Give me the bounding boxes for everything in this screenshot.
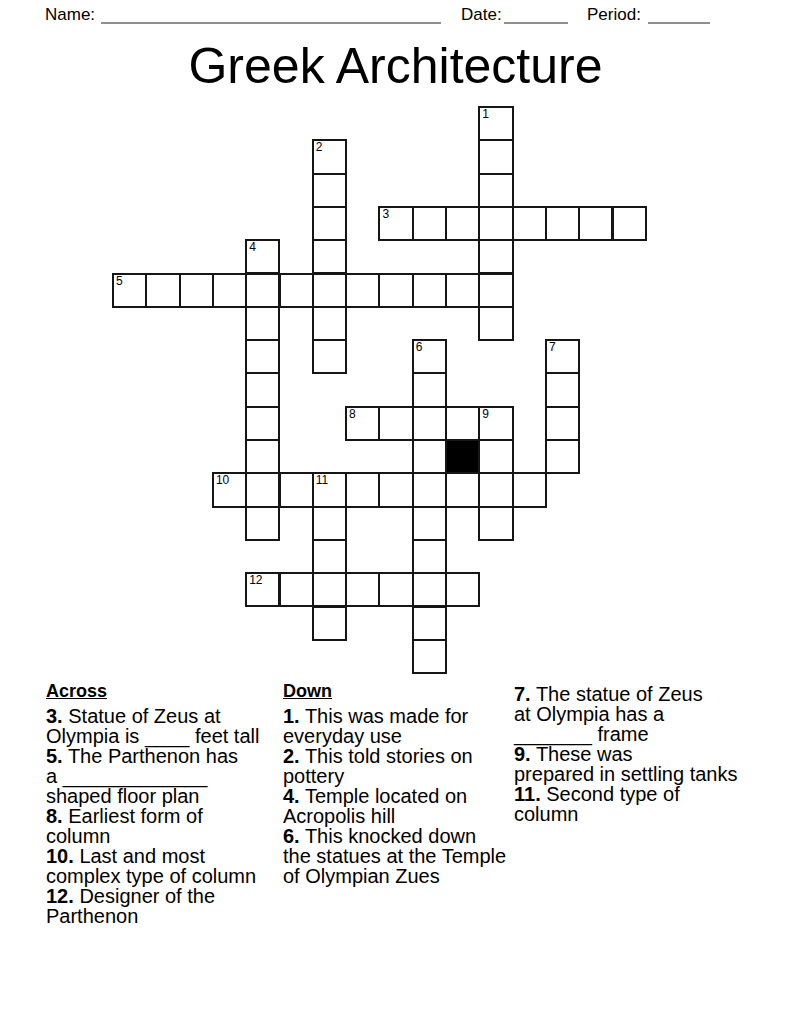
clue-number-7: 7. bbox=[514, 683, 531, 705]
grid-cell-r5-c4[interactable] bbox=[245, 273, 280, 308]
clue-number-2: 2. bbox=[283, 745, 300, 767]
grid-cell-r3-c8[interactable]: 3 bbox=[378, 206, 413, 241]
across-clues-column: Across 3. Statue of Zeus atOlympia is __… bbox=[46, 681, 282, 926]
grid-cell-r5-c10[interactable] bbox=[445, 273, 480, 308]
grid-cell-r14-c8[interactable] bbox=[378, 572, 413, 607]
cell-number-11: 11 bbox=[316, 474, 328, 487]
across-clues-list: 3. Statue of Zeus atOlympia is ____ feet… bbox=[46, 706, 282, 926]
grid-cell-r14-c4[interactable]: 12 bbox=[245, 572, 280, 607]
clue-12: 12. Designer of theParthenon bbox=[46, 886, 282, 926]
grid-cell-r10-c9[interactable] bbox=[412, 439, 447, 474]
clue-text: This was made foreveryday use bbox=[283, 705, 468, 747]
down-heading: Down bbox=[283, 681, 513, 701]
grid-cell-r3-c13[interactable] bbox=[545, 206, 580, 241]
grid-cell-r12-c9[interactable] bbox=[412, 506, 447, 541]
grid-cell-r9-c7[interactable]: 8 bbox=[345, 406, 380, 441]
grid-cell-r12-c6[interactable] bbox=[312, 506, 347, 541]
grid-cell-r3-c14[interactable] bbox=[578, 206, 613, 241]
grid-cell-r5-c6[interactable] bbox=[312, 273, 347, 308]
grid-cell-r4-c4[interactable]: 4 bbox=[245, 239, 280, 274]
black-cell bbox=[445, 439, 480, 474]
clue-text: Statue of Zeus atOlympia is ____ feet ta… bbox=[46, 705, 259, 747]
grid-cell-r7-c6[interactable] bbox=[312, 339, 347, 374]
grid-cell-r5-c5[interactable] bbox=[279, 273, 314, 308]
clue-9: 9. These wasprepared in settling tanks bbox=[514, 744, 746, 784]
clue-11: 11. Second type ofcolumn bbox=[514, 784, 746, 824]
grid-cell-r13-c9[interactable] bbox=[412, 539, 447, 574]
clue-text: This knocked downthe statues at the Temp… bbox=[283, 825, 506, 887]
worksheet-page: Name: Date: Period: Greek Architecture 1… bbox=[0, 0, 791, 1024]
grid-cell-r9-c9[interactable] bbox=[412, 406, 447, 441]
cell-number-7: 7 bbox=[549, 341, 556, 354]
grid-cell-r1-c6[interactable]: 2 bbox=[312, 139, 347, 174]
clue-text: Earliest form ofcolumn bbox=[46, 805, 203, 847]
cell-number-3: 3 bbox=[382, 208, 389, 221]
clue-number-1: 1. bbox=[283, 705, 300, 727]
grid-cell-r6-c6[interactable] bbox=[312, 306, 347, 341]
clue-number-11: 11. bbox=[514, 783, 541, 805]
grid-cell-r10-c13[interactable] bbox=[545, 439, 580, 474]
grid-cell-r8-c13[interactable] bbox=[545, 372, 580, 407]
clue-6: 6. This knocked downthe statues at the T… bbox=[283, 826, 513, 886]
grid-cell-r13-c6[interactable] bbox=[312, 539, 347, 574]
grid-cell-r9-c10[interactable] bbox=[445, 406, 480, 441]
grid-cell-r8-c9[interactable] bbox=[412, 372, 447, 407]
puzzle-title: Greek Architecture bbox=[0, 40, 791, 92]
grid-cell-r9-c11[interactable]: 9 bbox=[478, 406, 513, 441]
grid-cell-r2-c6[interactable] bbox=[312, 173, 347, 208]
down-clues-column-2: 7. The statue of Zeusat Olympia has a___… bbox=[514, 684, 746, 824]
down-clues-list: 1. This was made foreveryday use2. This … bbox=[283, 706, 513, 886]
grid-cell-r14-c7[interactable] bbox=[345, 572, 380, 607]
cell-number-9: 9 bbox=[482, 408, 489, 421]
grid-cell-r11-c8[interactable] bbox=[378, 472, 413, 507]
grid-cell-r16-c9[interactable] bbox=[412, 639, 447, 674]
grid-cell-r6-c11[interactable] bbox=[478, 306, 513, 341]
grid-cell-r12-c4[interactable] bbox=[245, 506, 280, 541]
clue-1: 1. This was made foreveryday use bbox=[283, 706, 513, 746]
clue-number-10: 10. bbox=[46, 845, 74, 867]
grid-cell-r7-c4[interactable] bbox=[245, 339, 280, 374]
down-clues-column: Down 1. This was made foreveryday use2. … bbox=[283, 681, 513, 886]
clue-text: Last and mostcomplex type of column bbox=[46, 845, 256, 887]
grid-cell-r3-c11[interactable] bbox=[478, 206, 513, 241]
across-heading: Across bbox=[46, 681, 282, 701]
clue-text: These wasprepared in settling tanks bbox=[514, 743, 737, 785]
grid-cell-r5-c2[interactable] bbox=[179, 273, 214, 308]
clue-text: Temple located onAcropolis hill bbox=[283, 785, 467, 827]
clue-text: The Parthenon hasa _____________shaped f… bbox=[46, 745, 238, 807]
clue-number-3: 3. bbox=[46, 705, 63, 727]
grid-cell-r7-c9[interactable]: 6 bbox=[412, 339, 447, 374]
grid-cell-r14-c5[interactable] bbox=[279, 572, 314, 607]
period-label: Period: bbox=[587, 6, 641, 24]
clue-4: 4. Temple located onAcropolis hill bbox=[283, 786, 513, 826]
name-label: Name: bbox=[45, 6, 95, 24]
grid-cell-r1-c11[interactable] bbox=[478, 139, 513, 174]
clue-number-12: 12. bbox=[46, 885, 74, 907]
cell-number-1: 1 bbox=[482, 108, 489, 121]
cell-number-6: 6 bbox=[416, 341, 423, 354]
cell-number-8: 8 bbox=[349, 408, 356, 421]
clue-3: 3. Statue of Zeus atOlympia is ____ feet… bbox=[46, 706, 282, 746]
grid-cell-r9-c4[interactable] bbox=[245, 406, 280, 441]
grid-cell-r3-c15[interactable] bbox=[612, 206, 647, 241]
grid-cell-r5-c1[interactable] bbox=[145, 273, 180, 308]
grid-cell-r11-c11[interactable] bbox=[478, 472, 513, 507]
clue-number-8: 8. bbox=[46, 805, 63, 827]
cell-number-10: 10 bbox=[216, 474, 229, 487]
clue-number-9: 9. bbox=[514, 743, 531, 765]
date-label: Date: bbox=[461, 6, 502, 24]
clue-5: 5. The Parthenon hasa _____________shape… bbox=[46, 746, 282, 806]
grid-cell-r3-c12[interactable] bbox=[512, 206, 547, 241]
grid-cell-r11-c10[interactable] bbox=[445, 472, 480, 507]
grid-cell-r3-c6[interactable] bbox=[312, 206, 347, 241]
grid-cell-r5-c0[interactable]: 5 bbox=[112, 273, 147, 308]
grid-cell-r15-c9[interactable] bbox=[412, 606, 447, 641]
grid-cell-r6-c4[interactable] bbox=[245, 306, 280, 341]
grid-cell-r11-c9[interactable] bbox=[412, 472, 447, 507]
period-blank-line bbox=[648, 2, 710, 24]
grid-cell-r9-c13[interactable] bbox=[545, 406, 580, 441]
grid-cell-r5-c7[interactable] bbox=[345, 273, 380, 308]
grid-cell-r11-c5[interactable] bbox=[279, 472, 314, 507]
crossword-grid: 123456789101112 bbox=[112, 106, 648, 676]
cell-number-2: 2 bbox=[316, 141, 323, 154]
clue-7: 7. The statue of Zeusat Olympia has a___… bbox=[514, 684, 746, 744]
grid-cell-r10-c4[interactable] bbox=[245, 439, 280, 474]
name-blank-line bbox=[101, 2, 441, 24]
grid-cell-r15-c6[interactable] bbox=[312, 606, 347, 641]
grid-cell-r14-c6[interactable] bbox=[312, 572, 347, 607]
grid-cell-r11-c4[interactable] bbox=[245, 472, 280, 507]
clue-text: This told stories onpottery bbox=[283, 745, 473, 787]
grid-cell-r5-c8[interactable] bbox=[378, 273, 413, 308]
down-clues-list-2: 7. The statue of Zeusat Olympia has a___… bbox=[514, 684, 746, 824]
grid-cell-r2-c11[interactable] bbox=[478, 173, 513, 208]
grid-cell-r5-c3[interactable] bbox=[212, 273, 247, 308]
grid-cell-r11-c7[interactable] bbox=[345, 472, 380, 507]
cell-number-4: 4 bbox=[249, 241, 256, 254]
grid-cell-r5-c11[interactable] bbox=[478, 273, 513, 308]
cell-number-5: 5 bbox=[116, 275, 123, 288]
grid-cell-r10-c11[interactable] bbox=[478, 439, 513, 474]
grid-cell-r12-c11[interactable] bbox=[478, 506, 513, 541]
date-blank-line bbox=[504, 2, 568, 24]
grid-cell-r4-c6[interactable] bbox=[312, 239, 347, 274]
grid-cell-r14-c9[interactable] bbox=[412, 572, 447, 607]
clue-10: 10. Last and mostcomplex type of column bbox=[46, 846, 282, 886]
grid-cell-r3-c9[interactable] bbox=[412, 206, 447, 241]
clue-text: The statue of Zeusat Olympia has a______… bbox=[514, 683, 703, 745]
clue-number-4: 4. bbox=[283, 785, 300, 807]
grid-cell-r11-c12[interactable] bbox=[512, 472, 547, 507]
cell-number-12: 12 bbox=[249, 574, 262, 587]
grid-cell-r9-c8[interactable] bbox=[378, 406, 413, 441]
grid-cell-r0-c11[interactable]: 1 bbox=[478, 106, 513, 141]
grid-cell-r3-c10[interactable] bbox=[445, 206, 480, 241]
clue-2: 2. This told stories onpottery bbox=[283, 746, 513, 786]
grid-cell-r11-c6[interactable]: 11 bbox=[312, 472, 347, 507]
grid-cell-r5-c9[interactable] bbox=[412, 273, 447, 308]
grid-cell-r8-c4[interactable] bbox=[245, 372, 280, 407]
grid-cell-r4-c11[interactable] bbox=[478, 239, 513, 274]
clue-number-6: 6. bbox=[283, 825, 300, 847]
grid-cell-r7-c13[interactable]: 7 bbox=[545, 339, 580, 374]
grid-cell-r11-c3[interactable]: 10 bbox=[212, 472, 247, 507]
clue-8: 8. Earliest form ofcolumn bbox=[46, 806, 282, 846]
clue-number-5: 5. bbox=[46, 745, 63, 767]
grid-cell-r14-c10[interactable] bbox=[445, 572, 480, 607]
